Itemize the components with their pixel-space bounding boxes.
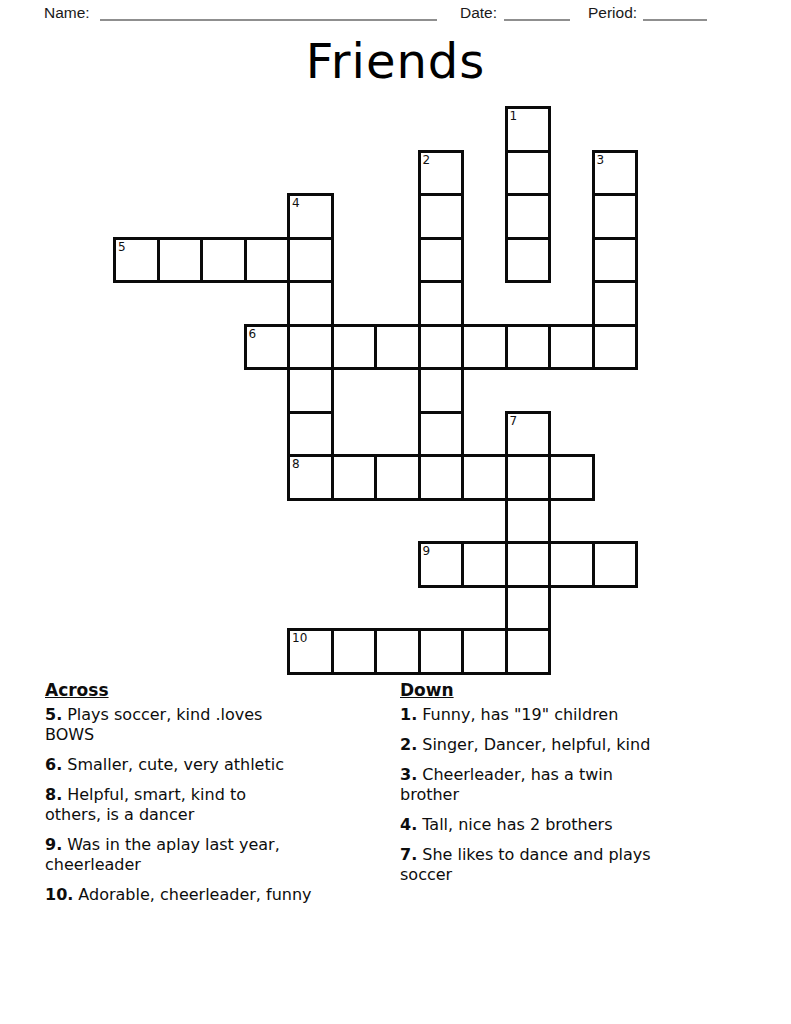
clue-number: 5. (45, 705, 62, 724)
grid-cell-r7c7[interactable] (418, 411, 465, 458)
clue-across-5: 5.Plays soccer, kind .loves BOWS (45, 705, 390, 745)
date-label: Date: (460, 4, 497, 22)
clue-number: 10. (45, 885, 73, 904)
grid-cell-r5c3[interactable]: 6 (244, 324, 291, 371)
grid-cell-r6c4[interactable] (287, 367, 334, 414)
cell-number-5: 5 (118, 240, 126, 254)
grid-cell-r3c11[interactable] (592, 237, 639, 284)
grid-cell-r8c6[interactable] (374, 454, 421, 501)
clue-text: Was in the aplay last year, cheerleader (45, 835, 280, 874)
date-field-line[interactable] (504, 19, 570, 21)
grid-cell-r2c4[interactable]: 4 (287, 193, 334, 240)
clue-across-10: 10.Adorable, cheerleader, funny (45, 885, 390, 905)
clue-down-4: 4.Tall, nice has 2 brothers (400, 815, 750, 835)
grid-cell-r5c11[interactable] (592, 324, 639, 371)
cell-number-7: 7 (510, 414, 518, 428)
period-label: Period: (588, 4, 637, 22)
clue-number: 2. (400, 735, 417, 754)
clue-text: Plays soccer, kind .loves BOWS (45, 705, 262, 744)
clue-down-7: 7.She likes to dance and plays soccer (400, 845, 750, 885)
grid-cell-r2c11[interactable] (592, 193, 639, 240)
clue-number: 9. (45, 835, 62, 854)
cell-number-9: 9 (423, 544, 431, 558)
down-heading: Down (400, 680, 750, 700)
grid-cell-r1c7[interactable]: 2 (418, 150, 465, 197)
grid-cell-r12c5[interactable] (331, 628, 378, 675)
grid-cell-r8c5[interactable] (331, 454, 378, 501)
grid-cell-r7c9[interactable]: 7 (505, 411, 552, 458)
grid-cell-r5c8[interactable] (461, 324, 508, 371)
name-field-line[interactable] (100, 19, 437, 21)
clue-text: Tall, nice has 2 brothers (422, 815, 612, 834)
grid-cell-r4c11[interactable] (592, 280, 639, 327)
clue-text: Adorable, cheerleader, funny (78, 885, 311, 904)
grid-cell-r3c7[interactable] (418, 237, 465, 284)
name-label: Name: (44, 4, 90, 22)
grid-cell-r8c8[interactable] (461, 454, 508, 501)
clue-number: 3. (400, 765, 417, 784)
grid-cell-r5c5[interactable] (331, 324, 378, 371)
clue-text: Smaller, cute, very athletic (67, 755, 284, 774)
grid-cell-r3c0[interactable]: 5 (113, 237, 160, 284)
crossword-grid: 12345678910 (113, 106, 639, 675)
grid-cell-r9c9[interactable] (505, 498, 552, 545)
cell-number-8: 8 (292, 457, 300, 471)
clue-down-1: 1.Funny, has "19" children (400, 705, 750, 725)
cell-number-3: 3 (597, 153, 605, 167)
cell-number-6: 6 (249, 327, 257, 341)
period-field-line[interactable] (643, 19, 707, 21)
clue-down-3: 3.Cheerleader, has a twin brother (400, 765, 750, 805)
grid-cell-r4c7[interactable] (418, 280, 465, 327)
grid-cell-r3c9[interactable] (505, 237, 552, 284)
grid-cell-r3c2[interactable] (200, 237, 247, 284)
cell-number-4: 4 (292, 196, 300, 210)
grid-cell-r4c4[interactable] (287, 280, 334, 327)
grid-cell-r5c9[interactable] (505, 324, 552, 371)
grid-cell-r12c4[interactable]: 10 (287, 628, 334, 675)
grid-cell-r2c9[interactable] (505, 193, 552, 240)
grid-cell-r12c8[interactable] (461, 628, 508, 675)
clue-down-2: 2.Singer, Dancer, helpful, kind (400, 735, 750, 755)
down-clues: Down 1.Funny, has "19" children 2.Singer… (400, 680, 750, 895)
grid-cell-r10c7[interactable]: 9 (418, 541, 465, 588)
grid-cell-r7c4[interactable] (287, 411, 334, 458)
grid-cell-r3c3[interactable] (244, 237, 291, 284)
grid-cell-r12c7[interactable] (418, 628, 465, 675)
grid-cell-r10c11[interactable] (592, 541, 639, 588)
grid-cell-r8c10[interactable] (548, 454, 595, 501)
clue-across-9: 9.Was in the aplay last year, cheerleade… (45, 835, 390, 875)
grid-cell-r5c4[interactable] (287, 324, 334, 371)
grid-cell-r0c9[interactable]: 1 (505, 106, 552, 153)
grid-cell-r5c7[interactable] (418, 324, 465, 371)
grid-cell-r1c11[interactable]: 3 (592, 150, 639, 197)
across-clues: Across 5.Plays soccer, kind .loves BOWS … (45, 680, 390, 915)
grid-cell-r2c7[interactable] (418, 193, 465, 240)
cell-number-10: 10 (292, 631, 307, 645)
grid-cell-r8c9[interactable] (505, 454, 552, 501)
clue-number: 1. (400, 705, 417, 724)
grid-cell-r12c9[interactable] (505, 628, 552, 675)
grid-cell-r3c1[interactable] (157, 237, 204, 284)
grid-cell-r5c6[interactable] (374, 324, 421, 371)
clue-number: 6. (45, 755, 62, 774)
grid-cell-r6c7[interactable] (418, 367, 465, 414)
clue-number: 8. (45, 785, 62, 804)
cell-number-1: 1 (510, 109, 518, 123)
grid-cell-r10c10[interactable] (548, 541, 595, 588)
grid-cell-r3c4[interactable] (287, 237, 334, 284)
cell-number-2: 2 (423, 153, 431, 167)
grid-cell-r8c7[interactable] (418, 454, 465, 501)
grid-cell-r10c8[interactable] (461, 541, 508, 588)
clue-text: Funny, has "19" children (422, 705, 618, 724)
grid-cell-r10c9[interactable] (505, 541, 552, 588)
grid-cell-r11c9[interactable] (505, 585, 552, 632)
clue-across-8: 8.Helpful, smart, kind to others, is a d… (45, 785, 390, 825)
puzzle-title: Friends (0, 33, 791, 89)
grid-cell-r1c9[interactable] (505, 150, 552, 197)
clue-text: Helpful, smart, kind to others, is a dan… (45, 785, 246, 824)
grid-cell-r8c4[interactable]: 8 (287, 454, 334, 501)
clue-number: 4. (400, 815, 417, 834)
across-heading: Across (45, 680, 390, 700)
clue-across-6: 6.Smaller, cute, very athletic (45, 755, 390, 775)
clue-text: Singer, Dancer, helpful, kind (422, 735, 650, 754)
grid-cell-r12c6[interactable] (374, 628, 421, 675)
clue-number: 7. (400, 845, 417, 864)
clue-text: Cheerleader, has a twin brother (400, 765, 613, 804)
grid-cell-r5c10[interactable] (548, 324, 595, 371)
clue-text: She likes to dance and plays soccer (400, 845, 651, 884)
